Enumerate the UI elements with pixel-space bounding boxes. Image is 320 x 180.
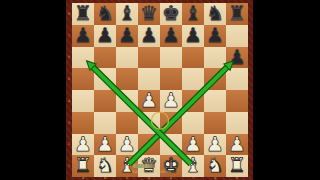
piece-black-queen: ♛ [140,3,158,25]
piece-black-pawn: ♟ [206,25,224,47]
square-g7[interactable]: ♟ [204,25,226,47]
piece-black-pawn: ♟ [162,25,180,47]
square-f3[interactable] [182,112,204,134]
square-c7[interactable]: ♟ [116,25,138,47]
square-h6[interactable]: ♟ [226,47,248,69]
square-f8[interactable]: ♝ [182,3,204,25]
square-h1[interactable]: ♜ [226,155,248,177]
square-g4[interactable] [204,90,226,112]
square-h7[interactable] [226,25,248,47]
piece-black-pawn: ♟ [184,25,202,47]
square-d5[interactable] [138,68,160,90]
square-d2[interactable] [138,134,160,156]
piece-black-king: ♚ [162,3,180,25]
square-b7[interactable]: ♟ [94,25,116,47]
piece-black-pawn: ♟ [118,25,136,47]
piece-black-knight: ♞ [206,3,224,25]
square-e3[interactable] [160,112,182,134]
square-c5[interactable] [116,68,138,90]
square-f7[interactable]: ♟ [182,25,204,47]
square-a8[interactable]: ♜ [72,3,94,25]
square-d4[interactable]: ♟ [138,90,160,112]
square-e4[interactable]: ♟ [160,90,182,112]
square-g8[interactable]: ♞ [204,3,226,25]
square-d3[interactable] [138,112,160,134]
square-a3[interactable] [72,112,94,134]
square-f4[interactable] [182,90,204,112]
piece-white-pawn: ♟ [140,90,158,112]
square-a6[interactable] [72,47,94,69]
piece-black-pawn: ♟ [74,25,92,47]
square-c8[interactable]: ♝ [116,3,138,25]
watermark-logo [133,164,155,168]
square-e6[interactable] [160,47,182,69]
piece-white-pawn: ♟ [206,134,224,156]
piece-black-knight: ♞ [96,3,114,25]
board-grid: ♜♞♝♛♚♝♞♜♟♟♟♟♟♟♟♟♟♟♟♟♟♟♟♟♜♞♝♛♚♝♞♜ [72,3,248,177]
square-b8[interactable]: ♞ [94,3,116,25]
square-g1[interactable]: ♞ [204,155,226,177]
square-h4[interactable] [226,90,248,112]
square-f1[interactable]: ♝ [182,155,204,177]
square-g5[interactable] [204,68,226,90]
square-a2[interactable]: ♟ [72,134,94,156]
square-g2[interactable]: ♟ [204,134,226,156]
chess-board-frame: 87654321 abcdefgh ♜♞♝♛♚♝♞♜♟♟♟♟♟♟♟♟♟♟♟♟♟♟… [66,0,253,180]
square-b4[interactable] [94,90,116,112]
piece-black-pawn: ♟ [140,25,158,47]
square-b6[interactable] [94,47,116,69]
square-b2[interactable]: ♟ [94,134,116,156]
square-f2[interactable]: ♟ [182,134,204,156]
piece-black-bishop: ♝ [118,3,136,25]
piece-white-knight: ♞ [206,155,224,177]
piece-white-rook: ♜ [74,155,92,177]
video-frame: 87654321 abcdefgh ♜♞♝♛♚♝♞♜♟♟♟♟♟♟♟♟♟♟♟♟♟♟… [0,0,320,180]
square-a7[interactable]: ♟ [72,25,94,47]
square-b3[interactable] [94,112,116,134]
square-e7[interactable]: ♟ [160,25,182,47]
square-d6[interactable] [138,47,160,69]
square-f6[interactable] [182,47,204,69]
piece-white-rook: ♜ [228,155,246,177]
square-f5[interactable] [182,68,204,90]
piece-white-pawn: ♟ [184,134,202,156]
piece-black-pawn: ♟ [96,25,114,47]
square-h8[interactable]: ♜ [226,3,248,25]
square-a4[interactable] [72,90,94,112]
piece-black-pawn: ♟ [228,47,246,69]
piece-black-bishop: ♝ [184,3,202,25]
square-e2[interactable] [160,134,182,156]
piece-white-king: ♚ [162,155,180,177]
piece-black-rook: ♜ [228,3,246,25]
square-h3[interactable] [226,112,248,134]
square-a1[interactable]: ♜ [72,155,94,177]
piece-white-knight: ♞ [96,155,114,177]
square-h5[interactable] [226,68,248,90]
square-d8[interactable]: ♛ [138,3,160,25]
square-c3[interactable] [116,112,138,134]
square-g6[interactable] [204,47,226,69]
square-c2[interactable]: ♟ [116,134,138,156]
square-b1[interactable]: ♞ [94,155,116,177]
square-h2[interactable]: ♟ [226,134,248,156]
square-g3[interactable] [204,112,226,134]
piece-white-pawn: ♟ [228,134,246,156]
piece-white-pawn: ♟ [118,134,136,156]
square-e1[interactable]: ♚ [160,155,182,177]
square-c4[interactable] [116,90,138,112]
square-e5[interactable] [160,68,182,90]
square-a5[interactable] [72,68,94,90]
piece-black-rook: ♜ [74,3,92,25]
piece-white-pawn: ♟ [162,90,180,112]
square-b5[interactable] [94,68,116,90]
piece-white-pawn: ♟ [74,134,92,156]
square-e8[interactable]: ♚ [160,3,182,25]
square-d7[interactable]: ♟ [138,25,160,47]
square-c6[interactable] [116,47,138,69]
watermark-text: SUNTRICKS GAMING [132,170,178,174]
piece-white-bishop: ♝ [184,155,202,177]
piece-white-pawn: ♟ [96,134,114,156]
